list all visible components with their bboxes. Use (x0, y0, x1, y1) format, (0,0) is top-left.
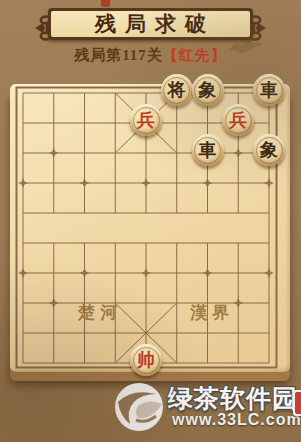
stage-number: 残局第117关 (74, 47, 163, 63)
piece-char: 将 (161, 74, 193, 106)
piece-red-soldier-2[interactable]: 兵 (222, 104, 254, 136)
piece-red-soldier-1[interactable]: 兵 (130, 104, 162, 136)
piece-black-elephant-2[interactable]: 象 (253, 134, 285, 166)
piece-char: 兵 (222, 104, 254, 136)
watermark-url: www.33LC.com (172, 411, 301, 429)
app-screen: 残局求破 残局第117关【红先】 楚河 漢界 将象車兵兵車象帅 绿茶软件园 ww… (0, 0, 301, 442)
piece-char: 兵 (130, 104, 162, 136)
xiangqi-board[interactable]: 楚河 漢界 将象車兵兵車象帅 (10, 84, 290, 372)
piece-char: 車 (192, 134, 224, 166)
page-title: 残局求破 (86, 10, 215, 38)
banner-scroll-end-left-icon (34, 12, 50, 44)
turn-indicator: 【红先】 (163, 47, 227, 63)
piece-char: 象 (253, 134, 285, 166)
swallow-decoration-icon (226, 36, 264, 60)
site-logo-icon (112, 380, 166, 434)
banner-parchment: 残局求破 (51, 11, 250, 37)
piece-black-elephant-1[interactable]: 象 (192, 74, 224, 106)
top-red-ornament (101, 0, 110, 6)
title-banner: 残局求破 (48, 8, 253, 40)
piece-black-general[interactable]: 将 (161, 74, 193, 106)
watermark: 绿茶软件园 www.33LC.com (108, 378, 301, 438)
piece-char: 象 (192, 74, 224, 106)
piece-black-chariot-2[interactable]: 車 (192, 134, 224, 166)
piece-red-general[interactable]: 帅 (130, 344, 162, 376)
piece-char: 帅 (130, 344, 162, 376)
watermark-site-name: 绿茶软件园 (168, 382, 298, 415)
edge-floating-button[interactable] (293, 390, 301, 416)
piece-char: 車 (253, 74, 285, 106)
river-label-left: 楚河 (78, 301, 122, 324)
piece-black-chariot-1[interactable]: 車 (253, 74, 285, 106)
river-label-right: 漢界 (190, 301, 234, 324)
